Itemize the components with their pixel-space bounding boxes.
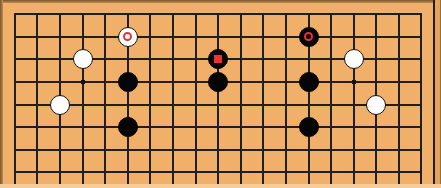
intersection (410, 161, 433, 184)
black-stone (208, 49, 228, 69)
intersection (365, 71, 388, 94)
intersection (49, 139, 72, 162)
intersection (410, 48, 433, 71)
intersection (252, 139, 275, 162)
intersection (184, 71, 207, 94)
intersection (184, 161, 207, 184)
intersection (365, 116, 388, 139)
intersection (26, 93, 49, 116)
intersection (229, 116, 252, 139)
intersection (229, 161, 252, 184)
intersection (410, 93, 433, 116)
intersection (388, 161, 411, 184)
intersection (342, 25, 365, 48)
intersection (116, 116, 139, 139)
white-stone (366, 95, 386, 115)
intersection (49, 48, 72, 71)
intersection (94, 48, 117, 71)
intersection (229, 25, 252, 48)
intersection (26, 161, 49, 184)
white-stone (73, 49, 93, 69)
intersection (252, 3, 275, 26)
intersection (71, 3, 94, 26)
intersection (139, 139, 162, 162)
intersection (94, 116, 117, 139)
intersection (162, 139, 185, 162)
intersection (410, 3, 433, 26)
intersection (342, 93, 365, 116)
intersection (207, 71, 230, 94)
intersection (26, 116, 49, 139)
intersection (388, 116, 411, 139)
intersection (116, 25, 139, 48)
intersection (275, 3, 298, 26)
intersection (162, 93, 185, 116)
intersection (207, 116, 230, 139)
intersection (4, 71, 27, 94)
intersection (388, 48, 411, 71)
intersection (252, 161, 275, 184)
circle-marker-icon (123, 32, 132, 41)
intersection (116, 3, 139, 26)
intersection (162, 3, 185, 26)
intersection (297, 25, 320, 48)
intersection (26, 3, 49, 26)
intersection (116, 139, 139, 162)
intersection (94, 71, 117, 94)
white-stone (344, 49, 364, 69)
intersection (320, 93, 343, 116)
intersection (162, 48, 185, 71)
intersection (49, 93, 72, 116)
intersection (49, 3, 72, 26)
intersection (320, 3, 343, 26)
board-rim-top (0, 0, 441, 3)
intersection (342, 71, 365, 94)
intersection (207, 3, 230, 26)
intersection (4, 3, 27, 26)
intersection (94, 93, 117, 116)
intersection (297, 3, 320, 26)
intersection (139, 48, 162, 71)
intersection (275, 139, 298, 162)
intersection (365, 139, 388, 162)
intersection (342, 48, 365, 71)
intersection (297, 71, 320, 94)
intersection (26, 139, 49, 162)
intersection (207, 48, 230, 71)
intersection (4, 93, 27, 116)
intersection (207, 161, 230, 184)
intersection (71, 116, 94, 139)
intersection (229, 48, 252, 71)
intersection (229, 139, 252, 162)
intersection (365, 48, 388, 71)
intersection (139, 161, 162, 184)
intersection (229, 71, 252, 94)
intersection (162, 161, 185, 184)
board-rim-left (0, 0, 3, 188)
intersection (275, 116, 298, 139)
intersection (4, 116, 27, 139)
black-stone (208, 72, 228, 92)
intersection (252, 93, 275, 116)
intersection (116, 48, 139, 71)
circle-marker-icon (304, 32, 313, 41)
intersection (4, 139, 27, 162)
intersection (297, 161, 320, 184)
intersection (184, 139, 207, 162)
intersection (365, 93, 388, 116)
intersection (94, 161, 117, 184)
intersection (275, 48, 298, 71)
intersection (388, 25, 411, 48)
intersection (49, 25, 72, 48)
intersection (26, 71, 49, 94)
intersection (71, 25, 94, 48)
intersection (388, 93, 411, 116)
intersection (49, 71, 72, 94)
intersection (229, 93, 252, 116)
intersection (116, 161, 139, 184)
intersection (320, 139, 343, 162)
intersection (184, 116, 207, 139)
intersection (139, 25, 162, 48)
intersection (342, 3, 365, 26)
intersection (162, 116, 185, 139)
black-stone (118, 117, 138, 137)
star-point (352, 80, 356, 84)
intersection (26, 25, 49, 48)
black-stone (299, 117, 319, 137)
intersection (139, 93, 162, 116)
intersection (139, 116, 162, 139)
board-rim-right (435, 0, 441, 184)
intersection (162, 25, 185, 48)
intersection (342, 116, 365, 139)
intersection (275, 25, 298, 48)
crop-strip-bottom (0, 184, 441, 188)
intersection (71, 71, 94, 94)
black-stone (118, 72, 138, 92)
intersection (410, 116, 433, 139)
intersection (320, 25, 343, 48)
intersection (94, 139, 117, 162)
square-marker-icon (214, 55, 222, 63)
intersection (320, 48, 343, 71)
intersection (71, 139, 94, 162)
intersection (252, 25, 275, 48)
intersection (94, 3, 117, 26)
intersection (252, 48, 275, 71)
black-stone (299, 72, 319, 92)
intersection (365, 161, 388, 184)
star-point (81, 80, 85, 84)
go-board (4, 3, 433, 184)
intersection (320, 116, 343, 139)
intersection (207, 93, 230, 116)
intersection (342, 139, 365, 162)
intersection (207, 139, 230, 162)
intersection (229, 3, 252, 26)
white-stone (50, 95, 70, 115)
black-stone (299, 27, 319, 47)
intersection (342, 161, 365, 184)
intersection (94, 25, 117, 48)
intersection (207, 25, 230, 48)
intersection (184, 93, 207, 116)
intersection (297, 116, 320, 139)
intersection (252, 116, 275, 139)
intersection (410, 25, 433, 48)
intersection (162, 71, 185, 94)
intersection (320, 161, 343, 184)
intersection (4, 48, 27, 71)
intersection (71, 161, 94, 184)
intersection (320, 71, 343, 94)
intersection (297, 139, 320, 162)
intersection (71, 93, 94, 116)
intersection (410, 71, 433, 94)
intersection (184, 25, 207, 48)
intersection (4, 161, 27, 184)
intersection (4, 25, 27, 48)
intersection (116, 93, 139, 116)
intersection (275, 93, 298, 116)
intersection (26, 48, 49, 71)
intersection (184, 48, 207, 71)
intersection (116, 71, 139, 94)
go-board-diagram (0, 0, 441, 188)
intersection (139, 3, 162, 26)
intersection (365, 25, 388, 48)
intersection (49, 161, 72, 184)
intersection (388, 71, 411, 94)
white-stone (118, 27, 138, 47)
intersection (365, 3, 388, 26)
intersection (275, 71, 298, 94)
intersection (184, 3, 207, 26)
intersection (49, 116, 72, 139)
intersection (388, 3, 411, 26)
intersection (252, 71, 275, 94)
intersection (297, 48, 320, 71)
intersection (297, 93, 320, 116)
intersection (71, 48, 94, 71)
intersection (388, 139, 411, 162)
intersection (139, 71, 162, 94)
intersection (410, 139, 433, 162)
intersection (275, 161, 298, 184)
